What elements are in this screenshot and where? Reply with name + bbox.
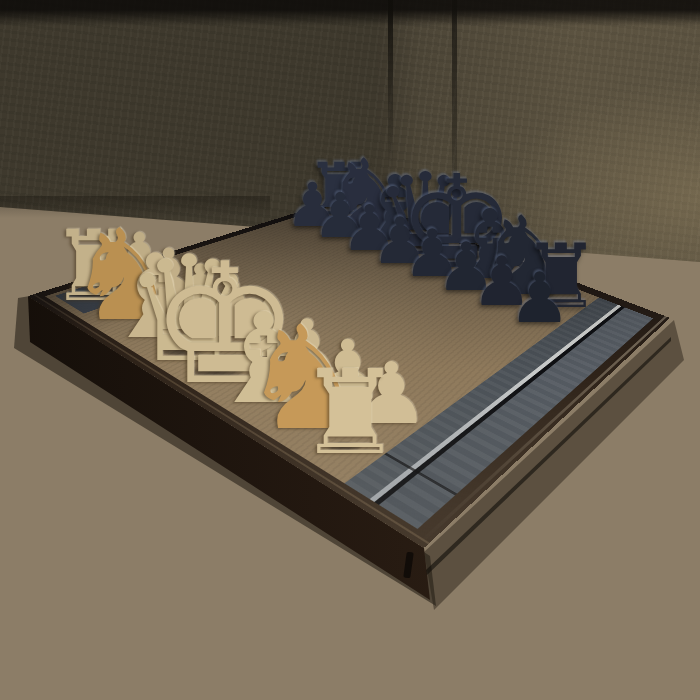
piece-white-rook-h1[interactable]: ♜: [297, 355, 402, 472]
photo-scene: ♜♞♝♛♚♝♞♜♟♟♟♟♟♟♟♟♟♟♟♟♟♟♟♟♜♞♝♛♚♝♞♜: [0, 0, 700, 700]
piece-black-pawn-h7[interactable]: ♟: [508, 263, 570, 333]
pieces-layer: ♜♞♝♛♚♝♞♜♟♟♟♟♟♟♟♟♟♟♟♟♟♟♟♟♜♞♝♛♚♝♞♜: [0, 0, 700, 700]
